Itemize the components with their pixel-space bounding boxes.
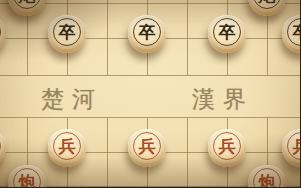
river-label-chu-he: 楚河 [41,84,103,115]
xiangqi-board: 楚河 漢界 炮炮卒卒卒卒卒兵兵兵兵兵炮炮 [0,0,300,187]
piece-glyph: 炮 [259,0,276,4]
piece-ring [0,18,1,46]
piece-black-soldier-file4[interactable]: 卒 [128,15,166,53]
piece-glyph: 卒 [219,24,236,41]
piece-red-soldier-file6[interactable]: 兵 [208,129,246,167]
piece-glyph: 卒 [293,24,301,41]
piece-glyph: 炮 [259,174,276,188]
piece-red-soldier-file2[interactable]: 兵 [48,129,86,167]
river-label-han-jie: 漢界 [192,84,254,115]
piece-face: 卒 [208,15,246,49]
piece-face: 兵 [208,129,246,163]
piece-face: 兵 [128,129,166,163]
piece-glyph: 卒 [139,24,156,41]
piece-black-soldier-file2[interactable]: 卒 [48,15,86,53]
piece-glyph: 炮 [19,0,36,4]
piece-glyph: 兵 [139,138,156,155]
piece-glyph: 炮 [19,174,36,188]
piece-face: 炮 [8,0,46,12]
piece-face: 卒 [128,15,166,49]
piece-red-soldier-file4[interactable]: 兵 [128,129,166,167]
piece-glyph: 卒 [59,24,76,41]
piece-face: 炮 [248,0,286,12]
piece-ring [0,132,1,160]
piece-black-soldier-file6[interactable]: 卒 [208,15,246,53]
piece-face: 卒 [48,15,86,49]
piece-glyph: 兵 [59,138,76,155]
piece-glyph: 兵 [293,138,301,155]
piece-face: 兵 [48,129,86,163]
piece-glyph: 兵 [219,138,236,155]
